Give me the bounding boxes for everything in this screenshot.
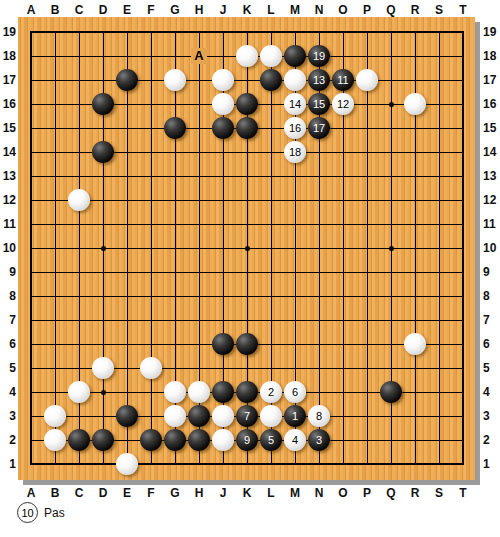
pass-move-text: Pas bbox=[44, 506, 65, 520]
stone-white-E1 bbox=[116, 453, 138, 475]
stone-white-D5 bbox=[92, 357, 114, 379]
stone-white-M16: 14 bbox=[284, 93, 306, 115]
stone-black-K16 bbox=[236, 93, 258, 115]
coord-label-top-S: S bbox=[429, 3, 449, 17]
coord-label-top-Q: Q bbox=[381, 3, 401, 17]
stone-white-J16 bbox=[212, 93, 234, 115]
coord-label-top-O: O bbox=[333, 3, 353, 17]
coord-label-top-A: A bbox=[21, 3, 41, 17]
stone-black-H2 bbox=[188, 429, 210, 451]
coord-label-bottom-C: C bbox=[69, 486, 89, 500]
coord-label-top-K: K bbox=[237, 3, 257, 17]
stone-black-E17 bbox=[116, 69, 138, 91]
coord-label-top-D: D bbox=[93, 3, 113, 17]
stone-white-K18 bbox=[236, 45, 258, 67]
go-board[interactable]: 191311141512161718267189543A bbox=[18, 17, 475, 480]
stone-black-L17 bbox=[260, 69, 282, 91]
stone-white-C4 bbox=[68, 381, 90, 403]
stone-white-O16: 12 bbox=[332, 93, 354, 115]
coord-label-left-18: 18 bbox=[0, 49, 16, 63]
coord-label-left-8: 8 bbox=[0, 289, 16, 303]
star-point bbox=[245, 246, 250, 251]
stone-black-F2 bbox=[140, 429, 162, 451]
coord-label-left-10: 10 bbox=[0, 241, 16, 255]
coord-label-top-T: T bbox=[453, 3, 473, 17]
annotation-A: A bbox=[191, 48, 207, 64]
coord-label-right-1: 1 bbox=[483, 457, 499, 471]
stone-white-C12 bbox=[68, 189, 90, 211]
coord-label-left-5: 5 bbox=[0, 361, 16, 375]
coord-label-bottom-B: B bbox=[45, 486, 65, 500]
coord-label-right-18: 18 bbox=[483, 49, 499, 63]
stone-black-K15 bbox=[236, 117, 258, 139]
star-point bbox=[389, 102, 394, 107]
coord-label-bottom-H: H bbox=[189, 486, 209, 500]
coord-label-right-9: 9 bbox=[483, 265, 499, 279]
coord-label-top-J: J bbox=[213, 3, 233, 17]
stone-white-R6 bbox=[404, 333, 426, 355]
coord-label-left-4: 4 bbox=[0, 385, 16, 399]
coord-label-bottom-D: D bbox=[93, 486, 113, 500]
coord-label-top-H: H bbox=[189, 3, 209, 17]
stone-black-J15 bbox=[212, 117, 234, 139]
coord-label-top-L: L bbox=[261, 3, 281, 17]
coord-label-left-16: 16 bbox=[0, 97, 16, 111]
coord-label-right-15: 15 bbox=[483, 121, 499, 135]
coord-label-left-11: 11 bbox=[0, 217, 16, 231]
coord-label-left-12: 12 bbox=[0, 193, 16, 207]
move-legend: 10 Pas bbox=[17, 502, 65, 523]
stone-white-M14: 18 bbox=[284, 141, 306, 163]
coord-label-right-19: 19 bbox=[483, 25, 499, 39]
stone-black-K4 bbox=[236, 381, 258, 403]
stone-black-O17: 11 bbox=[332, 69, 354, 91]
stone-black-L2: 5 bbox=[260, 429, 282, 451]
go-game-viewer: 191311141512161718267189543A 10 Pas AABB… bbox=[0, 0, 500, 537]
stone-black-K3: 7 bbox=[236, 405, 258, 427]
star-point bbox=[101, 246, 106, 251]
coord-label-bottom-G: G bbox=[165, 486, 185, 500]
coord-label-top-B: B bbox=[45, 3, 65, 17]
coord-label-left-17: 17 bbox=[0, 73, 16, 87]
stone-white-R16 bbox=[404, 93, 426, 115]
stone-white-L18 bbox=[260, 45, 282, 67]
stone-black-N18: 19 bbox=[308, 45, 330, 67]
stone-black-H3 bbox=[188, 405, 210, 427]
coord-label-bottom-O: O bbox=[333, 486, 353, 500]
stone-white-G4 bbox=[164, 381, 186, 403]
coord-label-left-14: 14 bbox=[0, 145, 16, 159]
coord-label-left-1: 1 bbox=[0, 457, 16, 471]
stone-black-K6 bbox=[236, 333, 258, 355]
pass-move-stone: 10 bbox=[17, 502, 38, 523]
coord-label-left-6: 6 bbox=[0, 337, 16, 351]
stone-black-Q4 bbox=[380, 381, 402, 403]
coord-label-top-M: M bbox=[285, 3, 305, 17]
coord-label-top-E: E bbox=[117, 3, 137, 17]
stone-white-L3 bbox=[260, 405, 282, 427]
stone-black-N17: 13 bbox=[308, 69, 330, 91]
coord-label-right-11: 11 bbox=[483, 217, 499, 231]
coord-label-top-N: N bbox=[309, 3, 329, 17]
coord-label-top-P: P bbox=[357, 3, 377, 17]
stone-white-L4: 2 bbox=[260, 381, 282, 403]
stone-black-J4 bbox=[212, 381, 234, 403]
coord-label-bottom-A: A bbox=[21, 486, 41, 500]
coord-label-top-C: C bbox=[69, 3, 89, 17]
stone-black-C2 bbox=[68, 429, 90, 451]
coord-label-bottom-Q: Q bbox=[381, 486, 401, 500]
coord-label-left-13: 13 bbox=[0, 169, 16, 183]
stone-white-M4: 6 bbox=[284, 381, 306, 403]
coord-label-right-10: 10 bbox=[483, 241, 499, 255]
coord-label-bottom-P: P bbox=[357, 486, 377, 500]
coord-label-right-2: 2 bbox=[483, 433, 499, 447]
stone-black-D14 bbox=[92, 141, 114, 163]
coord-label-left-19: 19 bbox=[0, 25, 16, 39]
stone-white-B3 bbox=[44, 405, 66, 427]
stone-black-M3: 1 bbox=[284, 405, 306, 427]
coord-label-top-R: R bbox=[405, 3, 425, 17]
stone-white-J17 bbox=[212, 69, 234, 91]
stone-black-N16: 15 bbox=[308, 93, 330, 115]
pass-move-number: 10 bbox=[21, 507, 33, 519]
coord-label-top-G: G bbox=[165, 3, 185, 17]
coord-label-left-15: 15 bbox=[0, 121, 16, 135]
stone-black-N15: 17 bbox=[308, 117, 330, 139]
board-shadow-right bbox=[475, 22, 480, 485]
stone-white-B2 bbox=[44, 429, 66, 451]
stone-white-M17 bbox=[284, 69, 306, 91]
stone-white-G17 bbox=[164, 69, 186, 91]
coord-label-bottom-K: K bbox=[237, 486, 257, 500]
coord-label-right-6: 6 bbox=[483, 337, 499, 351]
coord-label-bottom-N: N bbox=[309, 486, 329, 500]
coord-label-bottom-T: T bbox=[453, 486, 473, 500]
stone-black-M18 bbox=[284, 45, 306, 67]
stone-white-P17 bbox=[356, 69, 378, 91]
coord-label-left-2: 2 bbox=[0, 433, 16, 447]
coord-label-top-F: F bbox=[141, 3, 161, 17]
stone-black-G2 bbox=[164, 429, 186, 451]
stone-white-J3 bbox=[212, 405, 234, 427]
coord-label-bottom-R: R bbox=[405, 486, 425, 500]
coord-label-bottom-M: M bbox=[285, 486, 305, 500]
coord-label-right-5: 5 bbox=[483, 361, 499, 375]
stone-black-D16 bbox=[92, 93, 114, 115]
coord-label-left-3: 3 bbox=[0, 409, 16, 423]
stone-black-K2: 9 bbox=[236, 429, 258, 451]
coord-label-left-7: 7 bbox=[0, 313, 16, 327]
coord-label-right-7: 7 bbox=[483, 313, 499, 327]
coord-label-right-8: 8 bbox=[483, 289, 499, 303]
coord-label-right-3: 3 bbox=[483, 409, 499, 423]
stone-white-N3: 8 bbox=[308, 405, 330, 427]
stone-black-N2: 3 bbox=[308, 429, 330, 451]
stone-black-G15 bbox=[164, 117, 186, 139]
coord-label-right-13: 13 bbox=[483, 169, 499, 183]
stone-white-F5 bbox=[140, 357, 162, 379]
star-point bbox=[101, 390, 106, 395]
coord-label-right-16: 16 bbox=[483, 97, 499, 111]
coord-label-bottom-J: J bbox=[213, 486, 233, 500]
coord-label-right-4: 4 bbox=[483, 385, 499, 399]
stone-white-J2 bbox=[212, 429, 234, 451]
stone-black-E3 bbox=[116, 405, 138, 427]
board-shadow-bottom bbox=[23, 480, 480, 485]
stone-black-D2 bbox=[92, 429, 114, 451]
star-point bbox=[389, 246, 394, 251]
coord-label-right-14: 14 bbox=[483, 145, 499, 159]
stone-white-H4 bbox=[188, 381, 210, 403]
stone-white-M2: 4 bbox=[284, 429, 306, 451]
coord-label-bottom-L: L bbox=[261, 486, 281, 500]
stone-white-G3 bbox=[164, 405, 186, 427]
coord-label-bottom-S: S bbox=[429, 486, 449, 500]
coord-label-bottom-E: E bbox=[117, 486, 137, 500]
coord-label-right-12: 12 bbox=[483, 193, 499, 207]
coord-label-left-9: 9 bbox=[0, 265, 16, 279]
stone-black-J6 bbox=[212, 333, 234, 355]
stone-white-M15: 16 bbox=[284, 117, 306, 139]
coord-label-right-17: 17 bbox=[483, 73, 499, 87]
coord-label-bottom-F: F bbox=[141, 486, 161, 500]
